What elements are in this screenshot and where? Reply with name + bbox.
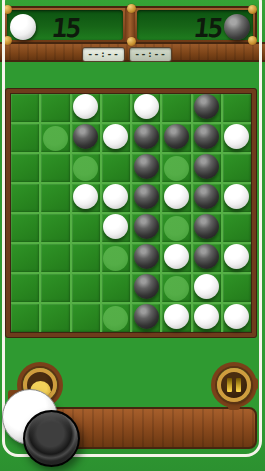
black-stone xyxy=(134,304,159,329)
board-cell-r2c7[interactable] xyxy=(223,154,251,182)
board-cell-r0c3[interactable] xyxy=(102,94,130,122)
gold-center-ornament xyxy=(127,4,136,13)
legal-move-hint xyxy=(164,216,189,241)
board-cell-r0c7[interactable] xyxy=(223,94,251,122)
board-cell-r5c3[interactable] xyxy=(102,244,130,272)
white-score-panel: 15 xyxy=(7,10,123,40)
black-stone xyxy=(134,244,159,269)
white-stone xyxy=(224,304,249,329)
board-cell-r0c0[interactable] xyxy=(11,94,39,122)
board-cell-r3c4[interactable] xyxy=(132,184,160,212)
white-stone xyxy=(103,184,128,209)
black-stone xyxy=(194,244,219,269)
board-cell-r3c6[interactable] xyxy=(193,184,221,212)
board-cell-r5c7[interactable] xyxy=(223,244,251,272)
black-stone xyxy=(134,154,159,179)
black-stone xyxy=(134,184,159,209)
board-cell-r5c5[interactable] xyxy=(162,244,190,272)
black-stone xyxy=(134,274,159,299)
black-stone xyxy=(73,124,98,149)
board-cell-r6c4[interactable] xyxy=(132,274,160,302)
board-cell-r6c6[interactable] xyxy=(193,274,221,302)
board-cell-r4c0[interactable] xyxy=(11,214,39,242)
board-cell-r0c5[interactable] xyxy=(162,94,190,122)
board-cell-r1c7[interactable] xyxy=(223,124,251,152)
board-cell-r0c6[interactable] xyxy=(193,94,221,122)
black-stone xyxy=(164,124,189,149)
board-cell-r5c1[interactable] xyxy=(41,244,69,272)
board-cell-r0c4[interactable] xyxy=(132,94,160,122)
white-stone xyxy=(103,214,128,239)
board-cell-r6c2[interactable] xyxy=(72,274,100,302)
board-cell-r1c5[interactable] xyxy=(162,124,190,152)
board-cell-r4c3[interactable] xyxy=(102,214,130,242)
legal-move-hint xyxy=(103,246,128,271)
board-cell-r3c3[interactable] xyxy=(102,184,130,212)
white-stone xyxy=(194,274,219,299)
board-cell-r3c0[interactable] xyxy=(11,184,39,212)
board-cell-r7c1[interactable] xyxy=(41,304,69,332)
board-cell-r7c4[interactable] xyxy=(132,304,160,332)
board-cell-r5c0[interactable] xyxy=(11,244,39,272)
white-stone xyxy=(73,94,98,119)
white-stone xyxy=(134,94,159,119)
board-cell-r6c0[interactable] xyxy=(11,274,39,302)
white-stone xyxy=(224,244,249,269)
gold-corner-ornament xyxy=(3,5,12,14)
board-cell-r1c6[interactable] xyxy=(193,124,221,152)
black-stone xyxy=(134,124,159,149)
board-cell-r1c0[interactable] xyxy=(11,124,39,152)
board-cell-r2c3[interactable] xyxy=(102,154,130,182)
board-cell-r1c1[interactable] xyxy=(41,124,69,152)
board-cell-r0c2[interactable] xyxy=(72,94,100,122)
board-cell-r7c5[interactable] xyxy=(162,304,190,332)
black-stone xyxy=(194,154,219,179)
legal-move-hint xyxy=(73,156,98,181)
board-cell-r4c7[interactable] xyxy=(223,214,251,242)
gold-corner-ornament xyxy=(248,5,257,14)
board-cell-r1c4[interactable] xyxy=(132,124,160,152)
legal-move-hint xyxy=(43,126,68,151)
black-stone xyxy=(134,214,159,239)
white-stone xyxy=(164,184,189,209)
board-cell-r6c5[interactable] xyxy=(162,274,190,302)
pause-button[interactable] xyxy=(217,368,251,402)
legal-move-hint xyxy=(164,276,189,301)
board-cell-r4c6[interactable] xyxy=(193,214,221,242)
gold-corner-ornament xyxy=(248,36,257,45)
black-ball-icon xyxy=(224,14,250,40)
board-cell-r5c2[interactable] xyxy=(72,244,100,272)
othello-board xyxy=(6,89,256,337)
black-timer-display: --:-- xyxy=(129,47,172,62)
board-cell-r4c5[interactable] xyxy=(162,214,190,242)
pause-icon xyxy=(227,378,232,392)
white-score-value: 15 xyxy=(50,13,80,43)
decorative-black-disc xyxy=(23,410,80,467)
wood-connector xyxy=(250,378,258,390)
board-cell-r7c6[interactable] xyxy=(193,304,221,332)
board-grid xyxy=(10,93,252,333)
board-cell-r7c2[interactable] xyxy=(72,304,100,332)
board-cell-r4c4[interactable] xyxy=(132,214,160,242)
board-cell-r1c2[interactable] xyxy=(72,124,100,152)
board-cell-r6c1[interactable] xyxy=(41,274,69,302)
board-cell-r0c1[interactable] xyxy=(41,94,69,122)
white-stone xyxy=(164,304,189,329)
scoreboard: 15 15 xyxy=(3,6,257,44)
board-cell-r3c2[interactable] xyxy=(72,184,100,212)
white-stone xyxy=(194,304,219,329)
black-stone xyxy=(194,94,219,119)
othello-app-screen: 15 15 --:-- --:-- xyxy=(0,0,265,471)
black-stone xyxy=(194,184,219,209)
board-cell-r3c5[interactable] xyxy=(162,184,190,212)
white-timer-display: --:-- xyxy=(82,47,125,62)
board-cell-r3c7[interactable] xyxy=(223,184,251,212)
board-cell-r2c0[interactable] xyxy=(11,154,39,182)
board-cell-r4c2[interactable] xyxy=(72,214,100,242)
board-cell-r3c1[interactable] xyxy=(41,184,69,212)
board-cell-r4c1[interactable] xyxy=(41,214,69,242)
white-stone xyxy=(164,244,189,269)
board-cell-r7c3[interactable] xyxy=(102,304,130,332)
board-cell-r2c5[interactable] xyxy=(162,154,190,182)
board-cell-r5c6[interactable] xyxy=(193,244,221,272)
legal-move-hint xyxy=(103,306,128,331)
gold-center-ornament xyxy=(127,37,136,46)
white-stone xyxy=(224,124,249,149)
black-score-panel: 15 xyxy=(137,10,253,40)
board-cell-r2c2[interactable] xyxy=(72,154,100,182)
board-cell-r6c3[interactable] xyxy=(102,274,130,302)
board-cell-r2c1[interactable] xyxy=(41,154,69,182)
board-cell-r7c0[interactable] xyxy=(11,304,39,332)
black-score-value: 15 xyxy=(192,13,222,43)
board-cell-r2c4[interactable] xyxy=(132,154,160,182)
board-cell-r1c3[interactable] xyxy=(102,124,130,152)
pause-icon xyxy=(236,378,241,392)
board-cell-r5c4[interactable] xyxy=(132,244,160,272)
board-cell-r2c6[interactable] xyxy=(193,154,221,182)
white-stone xyxy=(224,184,249,209)
black-stone xyxy=(194,124,219,149)
white-stone xyxy=(103,124,128,149)
board-cell-r6c7[interactable] xyxy=(223,274,251,302)
white-stone xyxy=(73,184,98,209)
white-ball-icon xyxy=(10,14,36,40)
legal-move-hint xyxy=(164,156,189,181)
board-cell-r7c7[interactable] xyxy=(223,304,251,332)
black-stone xyxy=(194,214,219,239)
gold-corner-ornament xyxy=(3,36,12,45)
